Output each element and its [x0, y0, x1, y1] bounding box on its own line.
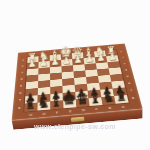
coordinate-label: F — [50, 110, 63, 116]
coordinate-label: H — [24, 112, 37, 118]
coordinate-label: 5 — [17, 82, 25, 90]
square: ♟ — [106, 55, 119, 62]
coordinate-label: 5 — [123, 73, 132, 80]
brass-clasp-icon — [71, 117, 85, 122]
piece-black-rook: ♜ — [110, 90, 133, 104]
square — [26, 75, 38, 83]
square — [62, 71, 74, 79]
square — [74, 77, 87, 85]
square — [62, 78, 75, 86]
square: ♜ — [114, 95, 129, 104]
coordinate-label: 4 — [18, 76, 25, 83]
square — [110, 74, 124, 82]
coordinate-label: C — [90, 106, 104, 112]
coordinate-label: E — [64, 108, 77, 114]
square — [38, 74, 50, 82]
board-grid: ♜♞♝♚♛♝♞♜♟♟♟♟♟♟♟♟♟♟♟♟♟♟♟♟♜♞♝♚♛♝♞♜ — [24, 49, 128, 111]
product-photo: ♜♞♝♚♛♝♞♜♟♟♟♟♟♟♟♟♟♟♟♟♟♟♟♟♜♞♝♚♛♝♞♜ 1234567… — [0, 0, 150, 150]
chess-board: ♜♞♝♚♛♝♞♜♟♟♟♟♟♟♟♟♟♟♟♟♟♟♟♟♜♞♝♚♛♝♞♜ 1234567… — [12, 44, 143, 121]
square — [85, 69, 98, 77]
coordinate-label: A — [116, 104, 130, 110]
square — [50, 79, 62, 87]
coordinate-label: 3 — [18, 69, 25, 76]
coordinate-label: 4 — [122, 67, 131, 74]
square — [109, 67, 122, 75]
coordinate-label: B — [103, 105, 117, 111]
watermark: www.elenpipe-sw.com — [0, 123, 150, 130]
coordinate-label: 3 — [120, 60, 128, 67]
coordinate-label: D — [77, 107, 91, 113]
coordinate-label: G — [37, 111, 50, 117]
piece-white-pawn: ♟ — [103, 51, 123, 62]
